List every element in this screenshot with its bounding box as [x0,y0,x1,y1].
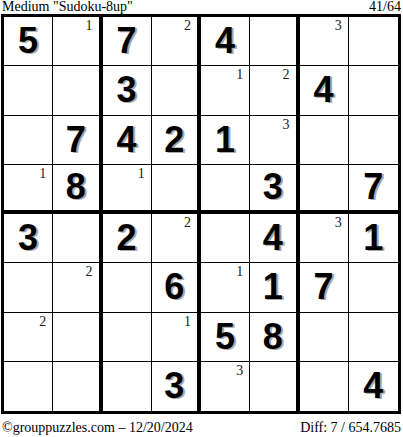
cell-value: 3 [18,220,38,256]
cell-r8c4[interactable]: 3 [152,362,201,411]
cell-r7c6[interactable]: 8 [250,313,299,362]
cell-r7c7[interactable] [300,313,349,362]
cell-value: 1 [363,220,383,256]
cell-r1c7[interactable]: 3 [300,17,349,66]
pencil-mark: 3 [236,363,243,378]
cell-r8c6[interactable] [250,362,299,411]
cell-r3c5[interactable]: 1 [201,116,250,165]
cell-r5c4[interactable]: 2 [152,214,201,263]
cell-r5c8[interactable]: 1 [349,214,398,263]
pencil-mark: 1 [138,166,145,181]
cell-r4c8[interactable]: 7 [349,165,398,214]
cell-r3c6[interactable]: 3 [250,116,299,165]
cell-value: 7 [66,122,86,158]
header: Medium "Sudoku-8up" 41/64 [2,0,401,14]
cell-r8c3[interactable] [103,362,152,411]
cell-r4c3[interactable]: 1 [103,165,152,214]
cell-r5c3[interactable]: 2 [103,214,152,263]
pencil-mark: 2 [184,215,191,230]
cell-r4c2[interactable]: 8 [53,165,102,214]
cell-r2c8[interactable] [349,66,398,115]
cell-r6c8[interactable] [349,263,398,312]
cell-r7c4[interactable]: 1 [152,313,201,362]
cell-value: 4 [314,72,334,108]
cell-r6c7[interactable]: 7 [300,263,349,312]
pencil-mark: 1 [236,264,243,279]
cell-r8c1[interactable] [4,362,53,411]
cell-r3c7[interactable] [300,116,349,165]
cell-r3c3[interactable]: 4 [103,116,152,165]
puzzle-progress: 41/64 [369,0,401,14]
cell-r5c7[interactable]: 3 [300,214,349,263]
cell-r8c2[interactable] [53,362,102,411]
cell-value: 4 [263,220,283,256]
cell-value: 3 [263,169,283,205]
cell-r6c3[interactable] [103,263,152,312]
cell-value: 4 [117,122,137,158]
pencil-mark: 3 [283,117,290,132]
cell-value: 7 [314,269,334,305]
cell-value: 4 [215,23,235,59]
cell-value: 1 [215,122,235,158]
pencil-mark: 2 [283,67,290,82]
cell-r6c5[interactable]: 1 [201,263,250,312]
cell-r1c5[interactable]: 4 [201,17,250,66]
cell-r4c4[interactable] [152,165,201,214]
cell-value: 3 [117,72,137,108]
cell-r3c4[interactable]: 2 [152,116,201,165]
cell-r4c5[interactable] [201,165,250,214]
cell-r5c2[interactable] [53,214,102,263]
pencil-mark: 2 [184,18,191,33]
cell-r1c8[interactable] [349,17,398,66]
cell-r7c3[interactable] [103,313,152,362]
cell-value: 2 [117,220,137,256]
cell-r2c1[interactable] [4,66,53,115]
cell-r6c2[interactable]: 2 [53,263,102,312]
pencil-mark: 2 [39,314,46,329]
cell-r4c7[interactable] [300,165,349,214]
cell-r7c1[interactable]: 2 [4,313,53,362]
cell-r2c4[interactable] [152,66,201,115]
cell-value: 2 [164,122,184,158]
difficulty-rating: Diff: 7 / 654.7685 [300,420,401,435]
pencil-mark: 1 [39,166,46,181]
cell-r1c3[interactable]: 7 [103,17,152,66]
cell-r6c1[interactable] [4,263,53,312]
cell-value: 5 [215,319,235,355]
cell-r3c1[interactable] [4,116,53,165]
cell-value: 3 [164,368,184,404]
cell-r7c5[interactable]: 5 [201,313,250,362]
cell-value: 6 [164,269,184,305]
cell-value: 4 [363,368,383,404]
puzzle-title: Medium "Sudoku-8up" [2,0,133,14]
cell-r3c8[interactable] [349,116,398,165]
cell-r1c2[interactable]: 1 [53,17,102,66]
cell-r7c8[interactable] [349,313,398,362]
cell-r8c8[interactable]: 4 [349,362,398,411]
cell-r5c5[interactable] [201,214,250,263]
cell-r6c6[interactable]: 1 [250,263,299,312]
cell-r1c6[interactable] [250,17,299,66]
sudoku-grid[interactable]: 51724331247421318137322431261172158334 [1,14,401,414]
cell-r2c2[interactable] [53,66,102,115]
cell-r8c7[interactable] [300,362,349,411]
puzzle-page: Medium "Sudoku-8up" 41/64 51724331247421… [0,0,403,437]
cell-value: 8 [66,169,86,205]
cell-r5c1[interactable]: 3 [4,214,53,263]
cell-r1c1[interactable]: 5 [4,17,53,66]
cell-r2c5[interactable]: 1 [201,66,250,115]
cell-r2c6[interactable]: 2 [250,66,299,115]
cell-r2c7[interactable]: 4 [300,66,349,115]
cell-value: 5 [18,23,38,59]
cell-r3c2[interactable]: 7 [53,116,102,165]
pencil-mark: 1 [86,18,93,33]
footer: ©grouppuzzles.com – 12/20/2024 Diff: 7 /… [2,420,401,435]
cell-r8c5[interactable]: 3 [201,362,250,411]
pencil-mark: 3 [335,215,342,230]
cell-r4c6[interactable]: 3 [250,165,299,214]
cell-r6c4[interactable]: 6 [152,263,201,312]
cell-r2c3[interactable]: 3 [103,66,152,115]
cell-r5c6[interactable]: 4 [250,214,299,263]
cell-value: 1 [263,269,283,305]
pencil-mark: 1 [184,314,191,329]
pencil-mark: 1 [236,67,243,82]
cell-value: 7 [363,169,383,205]
cell-r7c2[interactable] [53,313,102,362]
pencil-mark: 3 [335,18,342,33]
cell-value: 7 [117,23,137,59]
copyright-date: ©grouppuzzles.com – 12/20/2024 [2,420,193,435]
pencil-mark: 2 [86,264,93,279]
cell-r4c1[interactable]: 1 [4,165,53,214]
cell-r1c4[interactable]: 2 [152,17,201,66]
cell-value: 8 [263,319,283,355]
